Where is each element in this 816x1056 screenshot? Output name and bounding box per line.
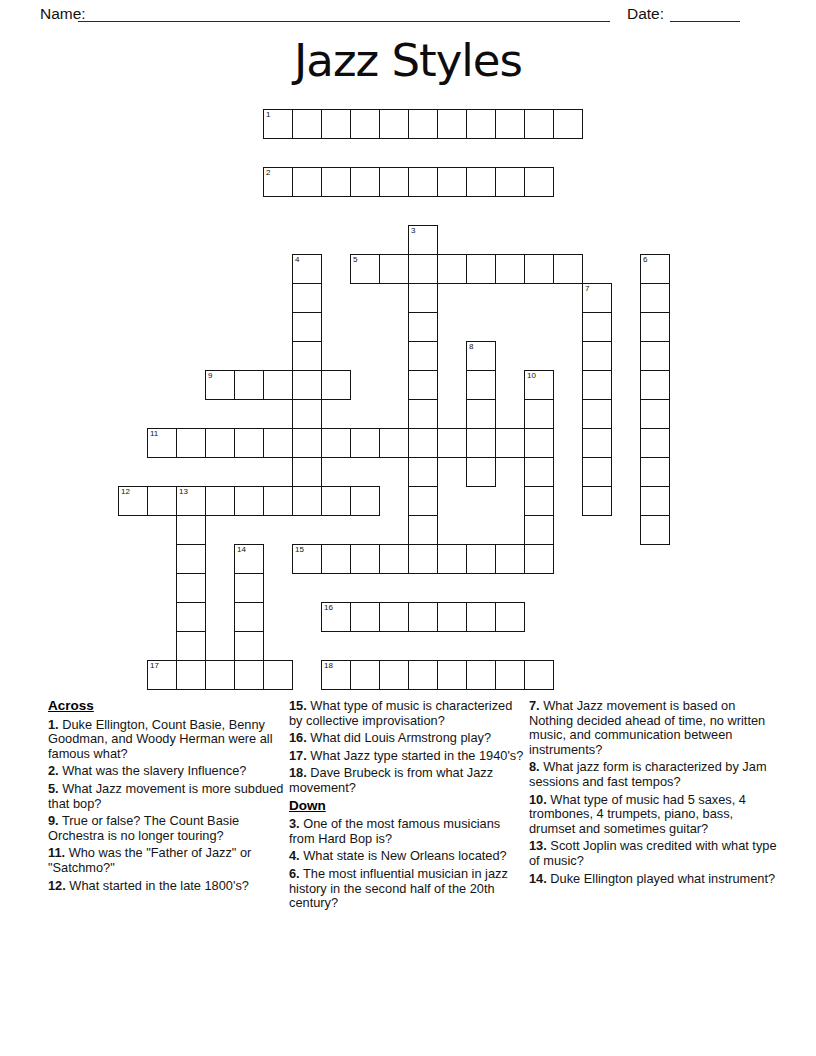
cell-r9-c12[interactable] — [466, 370, 496, 400]
cell-r8-c12[interactable]: 8 — [466, 341, 496, 371]
cell-r18-c4[interactable] — [234, 631, 264, 661]
cell-r13-c6[interactable] — [292, 486, 322, 516]
cell-r19-c5[interactable] — [263, 660, 293, 690]
cell-r6-c16[interactable]: 7 — [582, 283, 612, 313]
cell-r18-c2[interactable] — [176, 631, 206, 661]
cell-r14-c10[interactable] — [408, 515, 438, 545]
cell-r11-c18[interactable] — [640, 428, 670, 458]
clue-across-1: 1. Duke Ellington, Count Basie, Benny Go… — [48, 718, 286, 762]
cell-r11-c5[interactable] — [263, 428, 293, 458]
cell-r11-c2[interactable] — [176, 428, 206, 458]
cell-r9-c4[interactable] — [234, 370, 264, 400]
clue-across-5: 5. What Jazz movement is more subdued th… — [48, 782, 286, 811]
clue-down-6: 6. The most influential musician in jazz… — [289, 867, 529, 911]
cell-r6-c18[interactable] — [640, 283, 670, 313]
cell-r5-c10[interactable] — [408, 254, 438, 284]
cell-r0-c6[interactable] — [292, 109, 322, 139]
cell-r8-c16[interactable] — [582, 341, 612, 371]
cell-r0-c11[interactable] — [437, 109, 467, 139]
cell-r19-c10[interactable] — [408, 660, 438, 690]
clue-number-7: 7 — [585, 284, 589, 294]
clue-number-4: 4 — [295, 255, 299, 265]
cell-r10-c6[interactable] — [292, 399, 322, 429]
cell-r6-c6[interactable] — [292, 283, 322, 313]
cell-r11-c14[interactable] — [524, 428, 554, 458]
cell-r2-c6[interactable] — [292, 167, 322, 197]
cell-r15-c12[interactable] — [466, 544, 496, 574]
cell-r11-c1[interactable]: 11 — [147, 428, 177, 458]
clue-number-11: 11 — [150, 429, 158, 439]
cell-r17-c10[interactable] — [408, 602, 438, 632]
cell-r17-c8[interactable] — [350, 602, 380, 632]
clue-number-10: 10 — [527, 371, 536, 381]
cell-r12-c6[interactable] — [292, 457, 322, 487]
cell-r7-c16[interactable] — [582, 312, 612, 342]
cell-r19-c1[interactable]: 17 — [147, 660, 177, 690]
cell-r5-c15[interactable] — [553, 254, 583, 284]
cell-r5-c13[interactable] — [495, 254, 525, 284]
clue-down-13: 13. Scott Joplin was credited with what … — [529, 839, 779, 868]
clue-number-3: 3 — [411, 226, 415, 236]
cell-r19-c14[interactable] — [524, 660, 554, 690]
cell-r0-c14[interactable] — [524, 109, 554, 139]
cell-r6-c10[interactable] — [408, 283, 438, 313]
cell-r17-c9[interactable] — [379, 602, 409, 632]
cell-r11-c4[interactable] — [234, 428, 264, 458]
cell-r13-c5[interactable] — [263, 486, 293, 516]
cell-r5-c18[interactable]: 6 — [640, 254, 670, 284]
cell-r5-c11[interactable] — [437, 254, 467, 284]
cell-r19-c2[interactable] — [176, 660, 206, 690]
cell-r0-c7[interactable] — [321, 109, 351, 139]
cell-r13-c1[interactable] — [147, 486, 177, 516]
clue-number-1: 1 — [266, 110, 270, 120]
cell-r12-c16[interactable] — [582, 457, 612, 487]
cell-r17-c2[interactable] — [176, 602, 206, 632]
cell-r5-c6[interactable]: 4 — [292, 254, 322, 284]
cell-r2-c8[interactable] — [350, 167, 380, 197]
cell-r11-c6[interactable] — [292, 428, 322, 458]
cell-r9-c10[interactable] — [408, 370, 438, 400]
cell-r11-c7[interactable] — [321, 428, 351, 458]
cell-r12-c14[interactable] — [524, 457, 554, 487]
clue-number-18: 18 — [324, 661, 333, 671]
cell-r7-c6[interactable] — [292, 312, 322, 342]
clue-down-3: 3. One of the most famous musicians from… — [289, 817, 529, 846]
clue-number-12: 12 — [121, 487, 130, 497]
cell-r2-c14[interactable] — [524, 167, 554, 197]
cell-r7-c18[interactable] — [640, 312, 670, 342]
cell-r11-c3[interactable] — [205, 428, 235, 458]
cell-r11-c11[interactable] — [437, 428, 467, 458]
cell-r15-c9[interactable] — [379, 544, 409, 574]
cell-r9-c14[interactable]: 10 — [524, 370, 554, 400]
cell-r19-c8[interactable] — [350, 660, 380, 690]
clue-across-12: 12. What started in the late 1800's? — [48, 879, 286, 894]
cell-r9-c16[interactable] — [582, 370, 612, 400]
cell-r13-c10[interactable] — [408, 486, 438, 516]
clue-number-17: 17 — [150, 661, 159, 671]
clue-column-3: 7. What Jazz movement is based on Nothin… — [529, 699, 779, 889]
cell-r17-c4[interactable] — [234, 602, 264, 632]
cell-r0-c15[interactable] — [553, 109, 583, 139]
clue-down-8: 8. What jazz form is characterized by Ja… — [529, 760, 779, 789]
cell-r10-c12[interactable] — [466, 399, 496, 429]
clue-number-13: 13 — [179, 487, 188, 497]
cell-r15-c13[interactable] — [495, 544, 525, 574]
cell-r15-c11[interactable] — [437, 544, 467, 574]
cell-r13-c4[interactable] — [234, 486, 264, 516]
cell-r0-c12[interactable] — [466, 109, 496, 139]
cell-r0-c13[interactable] — [495, 109, 525, 139]
cell-r17-c13[interactable] — [495, 602, 525, 632]
clue-number-8: 8 — [469, 342, 473, 352]
cell-r9-c5[interactable] — [263, 370, 293, 400]
clue-number-16: 16 — [324, 603, 333, 613]
cell-r11-c13[interactable] — [495, 428, 525, 458]
cell-r0-c8[interactable] — [350, 109, 380, 139]
cell-r0-c10[interactable] — [408, 109, 438, 139]
clue-column-2: 15. What type of music is characterized … — [289, 699, 529, 914]
cell-r17-c12[interactable] — [466, 602, 496, 632]
cell-r12-c18[interactable] — [640, 457, 670, 487]
cell-r5-c14[interactable] — [524, 254, 554, 284]
cell-r11-c9[interactable] — [379, 428, 409, 458]
cell-r11-c16[interactable] — [582, 428, 612, 458]
clue-across-17: 17. What Jazz type started in the 1940's… — [289, 749, 529, 764]
cell-r9-c18[interactable] — [640, 370, 670, 400]
cell-r19-c11[interactable] — [437, 660, 467, 690]
clue-across-9: 9. True or false? The Count Basie Orches… — [48, 814, 286, 843]
cell-r17-c11[interactable] — [437, 602, 467, 632]
cell-r15-c10[interactable] — [408, 544, 438, 574]
clue-down-4: 4. What state is New Orleans located? — [289, 849, 529, 864]
cell-r2-c12[interactable] — [466, 167, 496, 197]
clue-number-6: 6 — [643, 255, 647, 265]
clue-across-18: 18. Dave Brubeck is from what Jazz movem… — [289, 766, 529, 795]
clue-number-15: 15 — [295, 545, 304, 555]
cell-r19-c12[interactable] — [466, 660, 496, 690]
cell-r19-c13[interactable] — [495, 660, 525, 690]
cell-r2-c13[interactable] — [495, 167, 525, 197]
cell-r8-c18[interactable] — [640, 341, 670, 371]
clue-number-5: 5 — [353, 255, 357, 265]
cell-r15-c8[interactable] — [350, 544, 380, 574]
cell-r2-c11[interactable] — [437, 167, 467, 197]
cell-r5-c12[interactable] — [466, 254, 496, 284]
worksheet-page: Name: Date: Jazz Styles 1234567891011121… — [0, 0, 816, 1056]
cell-r16-c2[interactable] — [176, 573, 206, 603]
cell-r4-c10[interactable]: 3 — [408, 225, 438, 255]
clue-across-16: 16. What did Louis Armstrong play? — [289, 731, 529, 746]
across-clues-heading: Across — [48, 699, 286, 714]
cell-r14-c14[interactable] — [524, 515, 554, 545]
clue-down-14: 14. Duke Ellington played what instrumen… — [529, 872, 779, 887]
cell-r12-c12[interactable] — [466, 457, 496, 487]
cell-r2-c5[interactable]: 2 — [263, 167, 293, 197]
cell-r19-c7[interactable]: 18 — [321, 660, 351, 690]
cell-r11-c10[interactable] — [408, 428, 438, 458]
clue-number-14: 14 — [237, 545, 246, 555]
down-clues-heading: Down — [289, 799, 529, 814]
cell-r13-c8[interactable] — [350, 486, 380, 516]
cell-r9-c3[interactable]: 9 — [205, 370, 235, 400]
cell-r9-c7[interactable] — [321, 370, 351, 400]
cell-r14-c18[interactable] — [640, 515, 670, 545]
cell-r13-c0[interactable]: 12 — [118, 486, 148, 516]
cell-r13-c2[interactable]: 13 — [176, 486, 206, 516]
cell-r5-c9[interactable] — [379, 254, 409, 284]
cell-r2-c9[interactable] — [379, 167, 409, 197]
cell-r2-c10[interactable] — [408, 167, 438, 197]
cell-r13-c18[interactable] — [640, 486, 670, 516]
cell-r10-c16[interactable] — [582, 399, 612, 429]
cell-r10-c10[interactable] — [408, 399, 438, 429]
cell-r10-c14[interactable] — [524, 399, 554, 429]
cell-r13-c7[interactable] — [321, 486, 351, 516]
cell-r7-c10[interactable] — [408, 312, 438, 342]
clue-across-15: 15. What type of music is characterized … — [289, 699, 529, 728]
cell-r11-c12[interactable] — [466, 428, 496, 458]
cell-r17-c7[interactable]: 16 — [321, 602, 351, 632]
cell-r12-c10[interactable] — [408, 457, 438, 487]
cell-r10-c18[interactable] — [640, 399, 670, 429]
cell-r15-c14[interactable] — [524, 544, 554, 574]
cell-r15-c2[interactable] — [176, 544, 206, 574]
cell-r5-c8[interactable]: 5 — [350, 254, 380, 284]
clue-column-1: Across1. Duke Ellington, Count Basie, Be… — [48, 699, 286, 896]
cell-r13-c3[interactable] — [205, 486, 235, 516]
cell-r13-c14[interactable] — [524, 486, 554, 516]
clue-number-2: 2 — [266, 168, 270, 178]
cell-r15-c7[interactable] — [321, 544, 351, 574]
clue-number-9: 9 — [208, 371, 212, 381]
cell-r9-c6[interactable] — [292, 370, 322, 400]
cell-r19-c9[interactable] — [379, 660, 409, 690]
cell-r0-c5[interactable]: 1 — [263, 109, 293, 139]
cell-r8-c6[interactable] — [292, 341, 322, 371]
cell-r2-c7[interactable] — [321, 167, 351, 197]
cell-r15-c6[interactable]: 15 — [292, 544, 322, 574]
cell-r19-c3[interactable] — [205, 660, 235, 690]
cell-r8-c10[interactable] — [408, 341, 438, 371]
cell-r13-c16[interactable] — [582, 486, 612, 516]
clue-down-10: 10. What type of music had 5 saxes, 4 tr… — [529, 793, 779, 837]
cell-r14-c2[interactable] — [176, 515, 206, 545]
cell-r15-c4[interactable]: 14 — [234, 544, 264, 574]
cell-r11-c8[interactable] — [350, 428, 380, 458]
clue-across-2: 2. What was the slavery Influence? — [48, 764, 286, 779]
cell-r19-c4[interactable] — [234, 660, 264, 690]
clue-down-7: 7. What Jazz movement is based on Nothin… — [529, 699, 779, 757]
cell-r16-c4[interactable] — [234, 573, 264, 603]
cell-r0-c9[interactable] — [379, 109, 409, 139]
clue-across-11: 11. Who was the "Father of Jazz" or "Sat… — [48, 846, 286, 875]
